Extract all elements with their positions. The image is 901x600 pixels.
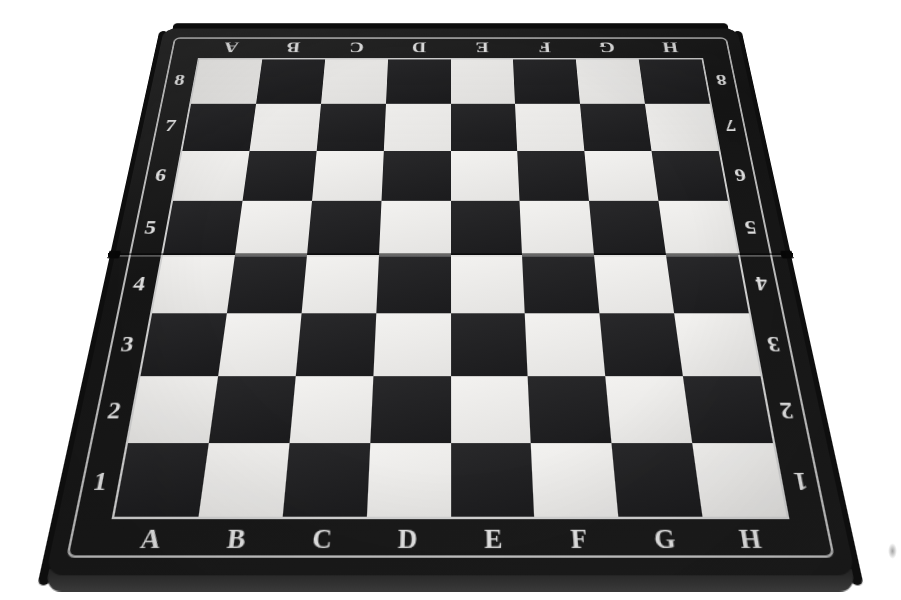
square-c8[interactable]: [321, 59, 388, 103]
square-b7[interactable]: [249, 104, 320, 151]
square-f8[interactable]: [513, 59, 580, 103]
square-d7[interactable]: [383, 104, 450, 151]
coord-label-e: E: [451, 39, 514, 57]
file-labels-top: ABCDEFGH: [198, 39, 703, 57]
square-d8[interactable]: [386, 59, 451, 103]
squares-grid: [112, 58, 790, 519]
square-c2[interactable]: [289, 376, 373, 444]
square-d6[interactable]: [381, 151, 450, 201]
square-h4[interactable]: [666, 255, 749, 313]
coord-label-f: F: [535, 521, 623, 555]
coord-label-h: H: [637, 39, 703, 57]
square-d3[interactable]: [373, 313, 450, 376]
square-h1[interactable]: [692, 443, 786, 516]
square-c6[interactable]: [312, 151, 384, 201]
board-frame: ABCDEFGH ABCDEFGH 87654321 87654321: [46, 29, 856, 576]
square-h6[interactable]: [652, 151, 728, 201]
square-h5[interactable]: [659, 201, 738, 255]
square-f1[interactable]: [531, 443, 618, 516]
square-b2[interactable]: [209, 376, 296, 444]
square-b8[interactable]: [256, 59, 325, 103]
square-h8[interactable]: [639, 59, 710, 103]
coord-label-c: C: [278, 521, 366, 555]
square-h7[interactable]: [645, 104, 719, 151]
square-e2[interactable]: [451, 376, 532, 444]
square-c3[interactable]: [296, 313, 376, 376]
square-g3[interactable]: [600, 313, 683, 376]
square-g2[interactable]: [605, 376, 692, 444]
square-e8[interactable]: [451, 59, 516, 103]
coord-label-g: G: [575, 39, 640, 57]
square-b5[interactable]: [235, 201, 312, 255]
square-a6[interactable]: [173, 151, 249, 201]
file-labels-bottom: ABCDEFGH: [105, 521, 796, 555]
coord-label-b: B: [261, 39, 326, 57]
photo-background: ABCDEFGH ABCDEFGH 87654321 87654321: [0, 0, 901, 600]
square-d4[interactable]: [376, 255, 451, 313]
hinge-notch-right: [780, 251, 794, 259]
square-e6[interactable]: [451, 151, 520, 201]
square-a8[interactable]: [191, 59, 262, 103]
square-c4[interactable]: [301, 255, 378, 313]
square-c7[interactable]: [316, 104, 385, 151]
coord-label-a: A: [198, 39, 264, 57]
square-h3[interactable]: [674, 313, 760, 376]
coord-label-h: H: [705, 521, 796, 555]
coord-label-d: D: [364, 521, 450, 555]
square-f4[interactable]: [522, 255, 599, 313]
square-a3[interactable]: [141, 313, 227, 376]
chessboard: ABCDEFGH ABCDEFGH 87654321 87654321: [46, 29, 856, 576]
square-e7[interactable]: [451, 104, 518, 151]
square-e5[interactable]: [451, 201, 523, 255]
coord-label-f: F: [513, 39, 577, 57]
coord-label-e: E: [451, 521, 537, 555]
square-a1[interactable]: [114, 443, 208, 516]
square-a5[interactable]: [163, 201, 242, 255]
square-h2[interactable]: [683, 376, 773, 444]
square-g6[interactable]: [585, 151, 659, 201]
square-b3[interactable]: [218, 313, 301, 376]
coord-label-g: G: [620, 521, 710, 555]
fold-seam: [111, 253, 791, 256]
square-c5[interactable]: [307, 201, 381, 255]
coord-label-d: D: [387, 39, 450, 57]
square-a2[interactable]: [128, 376, 218, 444]
hinge-notch-left: [107, 251, 121, 259]
square-e4[interactable]: [451, 255, 526, 313]
square-d1[interactable]: [366, 443, 450, 516]
coord-label-a: A: [105, 521, 196, 555]
square-e1[interactable]: [451, 443, 535, 516]
square-b6[interactable]: [242, 151, 316, 201]
square-a4[interactable]: [152, 255, 235, 313]
square-g7[interactable]: [580, 104, 651, 151]
square-g8[interactable]: [576, 59, 645, 103]
square-e3[interactable]: [451, 313, 528, 376]
square-f7[interactable]: [515, 104, 584, 151]
square-a7[interactable]: [182, 104, 256, 151]
background-smudge: [888, 543, 897, 559]
square-g4[interactable]: [594, 255, 674, 313]
square-f2[interactable]: [528, 376, 612, 444]
square-b1[interactable]: [198, 443, 289, 516]
square-f3[interactable]: [525, 313, 605, 376]
coord-label-b: B: [191, 521, 281, 555]
square-d5[interactable]: [379, 201, 451, 255]
square-b4[interactable]: [227, 255, 307, 313]
square-g1[interactable]: [612, 443, 703, 516]
square-d2[interactable]: [370, 376, 451, 444]
square-g5[interactable]: [589, 201, 666, 255]
square-f6[interactable]: [518, 151, 590, 201]
coord-label-c: C: [324, 39, 388, 57]
square-f5[interactable]: [520, 201, 594, 255]
square-c1[interactable]: [282, 443, 369, 516]
